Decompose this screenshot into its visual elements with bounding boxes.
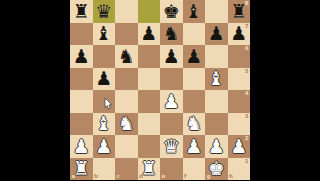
black-pawn-g7[interactable]: ♟ <box>205 23 228 46</box>
square-f6[interactable]: ♟ <box>183 45 206 68</box>
square-b5[interactable]: ♟ <box>93 68 116 91</box>
square-b3[interactable]: ♝ <box>93 113 116 136</box>
file-label-e: e <box>162 174 166 180</box>
white-king-g1[interactable]: ♚ <box>205 158 228 181</box>
square-e4[interactable]: ♟ <box>160 90 183 113</box>
square-g3[interactable] <box>205 113 228 136</box>
black-pawn-a6[interactable]: ♟ <box>70 45 93 68</box>
rank-label-6: 6 <box>245 46 249 52</box>
black-pawn-e6[interactable]: ♟ <box>160 45 183 68</box>
square-c8[interactable] <box>115 0 138 23</box>
square-d4[interactable] <box>138 90 161 113</box>
square-b6[interactable] <box>93 45 116 68</box>
square-b8[interactable]: ♛ <box>93 0 116 23</box>
square-f2[interactable]: ♟ <box>183 135 206 158</box>
square-f7[interactable] <box>183 23 206 46</box>
square-a6[interactable]: ♟ <box>70 45 93 68</box>
square-f4[interactable] <box>183 90 206 113</box>
square-h5[interactable]: 5 <box>228 68 251 91</box>
square-e7[interactable]: ♞ <box>160 23 183 46</box>
square-e8[interactable]: ♚ <box>160 0 183 23</box>
square-h4[interactable]: 4 <box>228 90 251 113</box>
white-pawn-h2[interactable]: ♟ <box>228 135 251 158</box>
square-c4[interactable] <box>115 90 138 113</box>
square-d7[interactable]: ♟ <box>138 23 161 46</box>
black-king-e8[interactable]: ♚ <box>160 0 183 23</box>
white-bishop-b3[interactable]: ♝ <box>93 113 116 136</box>
square-e3[interactable] <box>160 113 183 136</box>
black-bishop-b7[interactable]: ♝ <box>93 23 116 46</box>
square-c5[interactable] <box>115 68 138 91</box>
black-pawn-b5[interactable]: ♟ <box>93 68 116 91</box>
white-pawn-f2[interactable]: ♟ <box>183 135 206 158</box>
square-h7[interactable]: 7♟ <box>228 23 251 46</box>
square-c3[interactable]: ♞ <box>115 113 138 136</box>
square-e5[interactable] <box>160 68 183 91</box>
chess-board[interactable]: ♜♛♚♝8♜♝♟♞♟7♟♟♞♟♟6♟♝5♟4♝♞♞3♟♟♛♟♟2♟a♜bcd♜e… <box>70 0 250 180</box>
chess-app: ♜♛♚♝8♜♝♟♞♟7♟♟♞♟♟6♟♝5♟4♝♞♞3♟♟♛♟♟2♟a♜bcd♜e… <box>0 0 320 180</box>
rank-label-5: 5 <box>245 69 249 75</box>
white-bishop-g5[interactable]: ♝ <box>205 68 228 91</box>
square-d2[interactable] <box>138 135 161 158</box>
white-knight-f3[interactable]: ♞ <box>183 113 206 136</box>
square-b4[interactable] <box>93 90 116 113</box>
square-g6[interactable] <box>205 45 228 68</box>
white-knight-c3[interactable]: ♞ <box>115 113 138 136</box>
square-h2[interactable]: 2♟ <box>228 135 251 158</box>
square-h1[interactable]: 1h <box>228 158 251 181</box>
square-h3[interactable]: 3 <box>228 113 251 136</box>
square-g7[interactable]: ♟ <box>205 23 228 46</box>
white-pawn-e4[interactable]: ♟ <box>160 90 183 113</box>
square-f8[interactable]: ♝ <box>183 0 206 23</box>
file-label-c: c <box>117 174 120 180</box>
file-label-f: f <box>184 174 186 180</box>
square-c7[interactable] <box>115 23 138 46</box>
square-d6[interactable] <box>138 45 161 68</box>
square-b7[interactable]: ♝ <box>93 23 116 46</box>
square-a5[interactable] <box>70 68 93 91</box>
black-pawn-h7[interactable]: ♟ <box>228 23 251 46</box>
square-e2[interactable]: ♛ <box>160 135 183 158</box>
rank-label-4: 4 <box>245 91 249 97</box>
square-d3[interactable] <box>138 113 161 136</box>
square-h6[interactable]: 6 <box>228 45 251 68</box>
square-f5[interactable] <box>183 68 206 91</box>
square-b2[interactable]: ♟ <box>93 135 116 158</box>
square-a8[interactable]: ♜ <box>70 0 93 23</box>
white-rook-d1[interactable]: ♜ <box>138 158 161 181</box>
square-c1[interactable]: c <box>115 158 138 181</box>
white-pawn-b2[interactable]: ♟ <box>93 135 116 158</box>
white-pawn-g2[interactable]: ♟ <box>205 135 228 158</box>
square-c6[interactable]: ♞ <box>115 45 138 68</box>
white-pawn-a2[interactable]: ♟ <box>70 135 93 158</box>
black-rook-a8[interactable]: ♜ <box>70 0 93 23</box>
square-g8[interactable] <box>205 0 228 23</box>
square-e1[interactable]: e <box>160 158 183 181</box>
file-label-b: b <box>94 174 98 180</box>
square-a1[interactable]: a♜ <box>70 158 93 181</box>
black-bishop-f8[interactable]: ♝ <box>183 0 206 23</box>
square-g1[interactable]: g♚ <box>205 158 228 181</box>
file-label-h: h <box>229 174 233 180</box>
white-queen-e2[interactable]: ♛ <box>160 135 183 158</box>
black-rook-h8[interactable]: ♜ <box>228 0 251 23</box>
square-g5[interactable]: ♝ <box>205 68 228 91</box>
white-rook-a1[interactable]: ♜ <box>70 158 93 181</box>
black-queen-b8[interactable]: ♛ <box>93 0 116 23</box>
square-a7[interactable] <box>70 23 93 46</box>
square-d1[interactable]: d♜ <box>138 158 161 181</box>
square-g2[interactable]: ♟ <box>205 135 228 158</box>
black-pawn-d7[interactable]: ♟ <box>138 23 161 46</box>
square-d5[interactable] <box>138 68 161 91</box>
square-f3[interactable]: ♞ <box>183 113 206 136</box>
square-a3[interactable] <box>70 113 93 136</box>
rank-label-3: 3 <box>245 114 249 120</box>
square-f1[interactable]: f <box>183 158 206 181</box>
square-d8[interactable] <box>138 0 161 23</box>
black-knight-c6[interactable]: ♞ <box>115 45 138 68</box>
rank-label-1: 1 <box>245 159 249 165</box>
square-a4[interactable] <box>70 90 93 113</box>
square-b1[interactable]: b <box>93 158 116 181</box>
square-c2[interactable] <box>115 135 138 158</box>
black-pawn-f6[interactable]: ♟ <box>183 45 206 68</box>
square-a2[interactable]: ♟ <box>70 135 93 158</box>
square-e6[interactable]: ♟ <box>160 45 183 68</box>
black-knight-e7[interactable]: ♞ <box>160 23 183 46</box>
square-h8[interactable]: 8♜ <box>228 0 251 23</box>
square-g4[interactable] <box>205 90 228 113</box>
